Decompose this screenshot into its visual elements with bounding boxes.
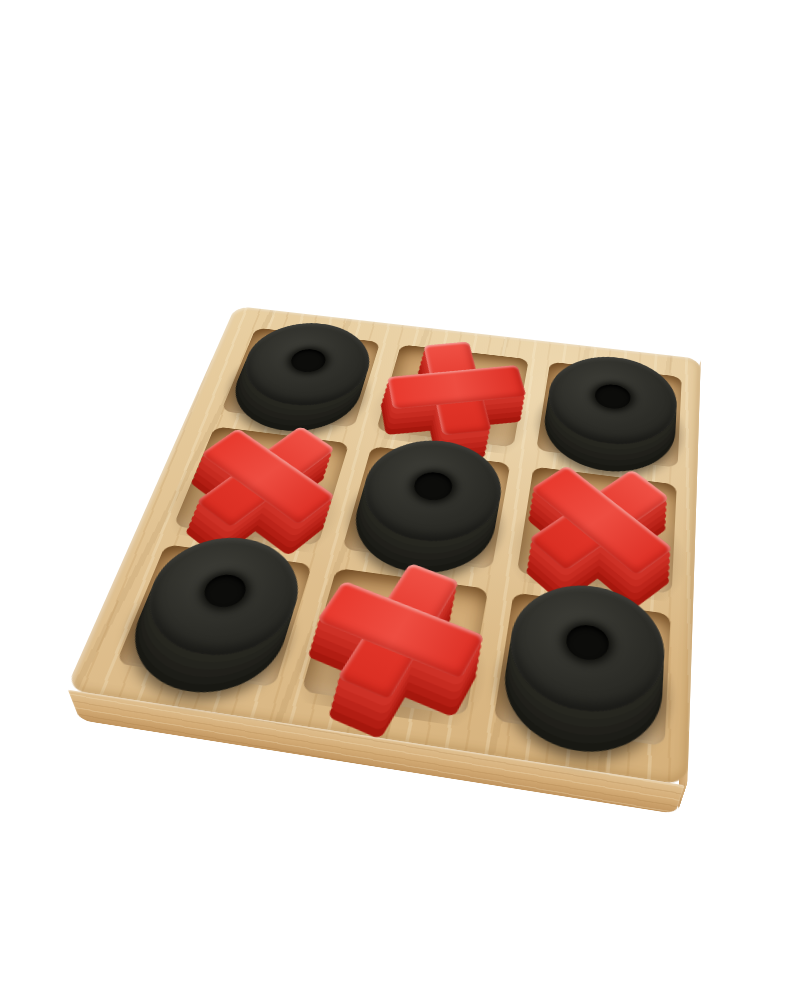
x-cross-top xyxy=(382,338,535,440)
cell-2-1[interactable] xyxy=(301,568,488,717)
piece-x-red-cross[interactable] xyxy=(304,557,491,708)
cell-1-0[interactable] xyxy=(173,427,349,546)
piece-o-black-ring[interactable] xyxy=(502,576,668,722)
piece-o-black-ring[interactable] xyxy=(129,529,313,665)
o-ring-hole xyxy=(200,572,250,609)
x-cross-side xyxy=(287,559,504,736)
x-cross-top xyxy=(291,546,505,720)
x-cross-top xyxy=(496,445,706,602)
cell-0-0[interactable] xyxy=(221,328,380,428)
cell-1-2[interactable] xyxy=(517,467,677,594)
piece-x-red-cross[interactable] xyxy=(176,418,352,539)
wooden-board xyxy=(66,306,701,785)
cell-1-1[interactable] xyxy=(342,446,510,569)
o-ring-top xyxy=(502,576,668,722)
cell-0-1[interactable] xyxy=(376,344,529,447)
tictactoe-board-photo xyxy=(152,234,692,774)
piece-o-black-ring[interactable] xyxy=(351,434,509,550)
o-ring-top xyxy=(129,529,313,665)
x-cross-side xyxy=(282,571,501,752)
x-cross-top xyxy=(165,406,368,553)
x-cross-side xyxy=(289,552,504,728)
x-cross-side xyxy=(284,565,502,744)
cell-2-0[interactable] xyxy=(116,544,312,687)
piece-x-red-cross[interactable] xyxy=(518,457,677,586)
piece-o-black-ring[interactable] xyxy=(231,317,380,412)
o-ring-hole xyxy=(565,622,610,662)
piece-o-black-ring[interactable] xyxy=(542,351,678,452)
piece-x-red-cross[interactable] xyxy=(378,337,530,442)
cell-2-2[interactable] xyxy=(493,592,670,746)
